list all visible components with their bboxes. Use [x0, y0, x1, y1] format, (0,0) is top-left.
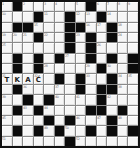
grid-cell-r12c1[interactable]: 45 [2, 116, 12, 125]
grid-cell-r12c9[interactable] [86, 116, 96, 125]
clue-number: 1 [2, 2, 4, 5]
grid-cell-r1c11[interactable]: 7 [107, 2, 117, 11]
clue-number: 45 [2, 116, 6, 119]
block-cell [65, 137, 75, 146]
block-cell [13, 2, 23, 11]
block-cell [86, 54, 96, 63]
clue-number: 25 [2, 43, 6, 46]
clue-number: 11 [44, 12, 48, 15]
grid-cell-r10c12[interactable] [118, 95, 128, 104]
block-cell [76, 85, 86, 94]
grid-cell-r1c10[interactable]: 6 [97, 2, 107, 11]
grid-cell-r4c12[interactable]: 24 [118, 33, 128, 42]
clue-number: 29 [86, 64, 90, 67]
clue-number: 4 [55, 2, 57, 5]
grid-cell-r2c2[interactable] [13, 12, 23, 21]
block-cell [76, 23, 86, 32]
grid-cell-r10c4[interactable] [34, 95, 44, 104]
grid-cell-r1c1[interactable]: 1 [2, 2, 12, 11]
grid-cell-r8c4[interactable]: 32Ć [34, 74, 44, 83]
grid-cell-r12c12[interactable]: 48 [118, 116, 128, 125]
grid-cell-r11c3[interactable]: 43 [23, 106, 33, 115]
clue-number: 12 [76, 12, 80, 15]
grid-cell-r6c5[interactable] [44, 54, 54, 63]
clue-number: 43 [23, 106, 27, 109]
grid-cell-r13c10[interactable] [97, 126, 107, 135]
grid-cell-r11c6[interactable] [55, 106, 65, 115]
grid-cell-r2c13[interactable] [128, 12, 138, 21]
grid-cell-r9c7[interactable] [65, 85, 75, 94]
clue-number: 13 [86, 12, 90, 15]
grid-cell-r9c12[interactable]: 38 [118, 85, 128, 94]
block-cell [34, 54, 44, 63]
grid-cell-r13c1[interactable] [2, 126, 12, 135]
clue-number: 8 [118, 2, 120, 5]
block-cell [128, 126, 138, 135]
grid-cell-r6c7[interactable]: 27 [65, 54, 75, 63]
grid-cell-r5c12[interactable] [118, 43, 128, 52]
grid-cell-r14c5[interactable] [44, 137, 54, 146]
grid-cell-r10c8[interactable]: 41 [76, 95, 86, 104]
clue-number: 14 [107, 12, 111, 15]
grid-cell-r12c2[interactable] [13, 116, 23, 125]
grid-cell-r6c1[interactable] [2, 54, 12, 63]
block-cell [13, 126, 23, 135]
grid-cell-r11c5[interactable]: 44 [44, 106, 54, 115]
block-cell [65, 33, 75, 42]
clue-number: 6 [97, 2, 99, 5]
clue-number: 42 [107, 95, 111, 98]
block-cell [97, 12, 107, 21]
grid-cell-r3c6[interactable] [55, 23, 65, 32]
grid-cell-r1c3[interactable]: 2 [23, 2, 33, 11]
grid-cell-r7c7[interactable] [65, 64, 75, 73]
clue-number: 27 [65, 54, 69, 57]
grid-cell-r2c5[interactable]: 11 [44, 12, 54, 21]
grid-cell-r5c1[interactable]: 25 [2, 43, 12, 52]
grid-cell-r11c8[interactable] [76, 106, 86, 115]
block-cell [65, 116, 75, 125]
grid-cell-r5c2[interactable] [13, 43, 23, 52]
grid-cell-r13c8[interactable] [76, 126, 86, 135]
grid-cell-r5c11[interactable] [107, 43, 117, 52]
clue-number: 50 [65, 126, 69, 129]
grid-cell-r8c3[interactable]: A [23, 74, 33, 83]
block-cell [86, 43, 96, 52]
block-cell [65, 23, 75, 32]
clue-number: 3 [44, 2, 46, 5]
block-cell [34, 126, 44, 135]
grid-cell-r9c9[interactable] [86, 85, 96, 94]
clue-number: 7 [107, 2, 109, 5]
grid-cell-r2c1[interactable]: 10 [2, 12, 12, 21]
grid-cell-r14c1[interactable]: 51 [2, 137, 12, 146]
grid-cell-r10c2[interactable] [13, 95, 23, 104]
entered-letter: A [23, 74, 33, 83]
block-cell [107, 33, 117, 42]
grid-cell-r9c5[interactable] [44, 85, 54, 94]
grid-cell-r10c13[interactable] [128, 95, 138, 104]
grid-cell-r2c3[interactable] [23, 12, 33, 21]
block-cell [118, 106, 128, 115]
grid-cell-r14c3[interactable] [23, 137, 33, 146]
block-cell [13, 85, 23, 94]
grid-cell-r1c12[interactable]: 8 [118, 2, 128, 11]
clue-number: 30 [107, 64, 111, 67]
clue-number: 20 [13, 33, 17, 36]
grid-cell-r5c10[interactable]: 26 [97, 43, 107, 52]
grid-cell-r8c12[interactable]: 34 [118, 74, 128, 83]
grid-cell-r10c6[interactable]: 40 [55, 95, 65, 104]
grid-cell-r9c13[interactable] [128, 85, 138, 94]
grid-cell-r8c13[interactable]: 35 [128, 74, 138, 83]
grid-cell-r12c13[interactable] [128, 116, 138, 125]
grid-cell-r9c3[interactable]: 36 [23, 85, 33, 94]
block-cell [13, 106, 23, 115]
block-cell [107, 23, 117, 32]
grid-cell-r7c6[interactable] [55, 64, 65, 73]
grid-cell-r14c13[interactable] [128, 137, 138, 146]
block-cell [97, 106, 107, 115]
grid-cell-r14c4[interactable] [34, 137, 44, 146]
block-cell [107, 116, 117, 125]
grid-cell-r14c12[interactable] [118, 137, 128, 146]
clue-number: 22 [44, 33, 48, 36]
clue-number: 47 [97, 116, 101, 119]
grid-cell-r1c5[interactable]: 3 [44, 2, 54, 11]
grid-cell-r7c1[interactable] [2, 64, 12, 73]
grid-cell-r5c8[interactable] [76, 43, 86, 52]
block-cell [86, 2, 96, 11]
clue-number: 35 [128, 74, 132, 77]
grid-cell-r3c12[interactable]: 18 [118, 23, 128, 32]
grid-cell-r9c6[interactable]: 37 [55, 85, 65, 94]
clue-number: 46 [76, 116, 80, 119]
clue-number: 26 [97, 43, 101, 46]
block-cell [107, 54, 117, 63]
clue-number: 52 [76, 137, 80, 140]
clue-number: 51 [2, 137, 6, 140]
grid-cell-r13c7[interactable]: 50 [65, 126, 75, 135]
grid-cell-r7c12[interactable] [118, 64, 128, 73]
clue-number: 15 [34, 23, 38, 26]
block-cell [65, 12, 75, 21]
grid-cell-r8c5[interactable] [44, 74, 54, 83]
grid-cell-r12c3[interactable] [23, 116, 33, 125]
grid-cell-r4c10[interactable] [97, 33, 107, 42]
grid-cell-r1c13[interactable]: 9 [128, 2, 138, 11]
block-cell [97, 64, 107, 73]
grid-cell-r14c10[interactable] [97, 137, 107, 146]
grid-cell-r4c13[interactable] [128, 33, 138, 42]
block-cell [55, 74, 65, 83]
block-cell [44, 95, 54, 104]
grid-cell-r13c3[interactable] [23, 126, 33, 135]
grid-cell-r10c9[interactable] [86, 95, 96, 104]
clue-number: 10 [2, 12, 6, 15]
block-cell [97, 95, 107, 104]
grid-cell-r4c1[interactable]: 19 [2, 33, 12, 42]
clue-number: 24 [118, 33, 122, 36]
clue-number: 9 [128, 2, 130, 5]
grid-cell-r8c7[interactable] [65, 74, 75, 83]
block-cell [34, 12, 44, 21]
grid-cell-r3c5[interactable] [44, 23, 54, 32]
block-cell [34, 106, 44, 115]
grid-cell-r9c4[interactable] [34, 85, 44, 94]
grid-cell-r14c9[interactable] [86, 137, 96, 146]
clue-number: 44 [44, 106, 48, 109]
clue-number: 23 [76, 33, 80, 36]
block-cell [34, 33, 44, 42]
grid-cell-r12c10[interactable]: 47 [97, 116, 107, 125]
crossword-board-frame: 1234567891011121314151617181920212223242… [0, 0, 140, 148]
block-cell [86, 126, 96, 135]
clue-number: 28 [44, 64, 48, 67]
grid-cell-r9c1[interactable] [2, 85, 12, 94]
grid-cell-r7c8[interactable] [76, 64, 86, 73]
clue-number: 18 [118, 23, 122, 26]
grid-cell-r1c4[interactable] [34, 2, 44, 11]
block-cell [44, 116, 54, 125]
clue-number: 36 [23, 85, 27, 88]
grid-cell-r7c11[interactable]: 30 [107, 64, 117, 73]
block-cell [23, 23, 33, 32]
clue-number: 48 [118, 116, 122, 119]
clue-number: 34 [118, 74, 122, 77]
grid-cell-r13c5[interactable]: 49 [44, 126, 54, 135]
grid-cell-r11c7[interactable] [65, 106, 75, 115]
grid-cell-r14c8[interactable]: 52 [76, 137, 86, 146]
block-cell [107, 85, 117, 94]
clue-number: 49 [44, 126, 48, 129]
grid-cell-r4c6[interactable] [55, 33, 65, 42]
grid-cell-r2c6[interactable] [55, 12, 65, 21]
grid-cell-r5c5[interactable] [44, 43, 54, 52]
block-cell [55, 126, 65, 135]
block-cell [128, 64, 138, 73]
entered-letter: Ć [34, 74, 44, 83]
grid-cell-r10c11[interactable]: 42 [107, 95, 117, 104]
grid-cell-r3c9[interactable]: 16 [86, 23, 96, 32]
block-cell [13, 64, 23, 73]
block-cell [76, 74, 86, 83]
grid-cell-r3c13[interactable] [128, 23, 138, 32]
grid-cell-r6c8[interactable] [76, 54, 86, 63]
grid-cell-r3c10[interactable]: 17 [97, 23, 107, 32]
grid-cell-r8c1[interactable]: 31T [2, 74, 12, 83]
grid-cell-r14c6[interactable] [55, 137, 65, 146]
entered-letter: T [2, 74, 12, 83]
block-cell [13, 23, 23, 32]
clue-number: 17 [97, 23, 101, 26]
grid-cell-r1c6[interactable]: 4 [55, 2, 65, 11]
grid-cell-r13c12[interactable] [118, 126, 128, 135]
grid-cell-r2c8[interactable]: 12 [76, 12, 86, 21]
grid-cell-r1c8[interactable]: 5 [76, 2, 86, 11]
block-cell [65, 43, 75, 52]
grid-cell-r1c7[interactable] [65, 2, 75, 11]
grid-cell-r3c1[interactable] [2, 23, 12, 32]
grid-cell-r4c8[interactable]: 23 [76, 33, 86, 42]
block-cell [55, 54, 65, 63]
block-cell [97, 85, 107, 94]
grid-cell-r6c12[interactable] [118, 54, 128, 63]
grid-cell-r2c11[interactable]: 14 [107, 12, 117, 21]
crossword-board: 1234567891011121314151617181920212223242… [2, 2, 138, 146]
grid-cell-r7c5[interactable]: 28 [44, 64, 54, 73]
grid-cell-r4c2[interactable]: 20 [13, 33, 23, 42]
clue-number: 16 [86, 23, 90, 26]
grid-cell-r5c4[interactable] [34, 43, 44, 52]
grid-cell-r3c4[interactable]: 15 [34, 23, 44, 32]
grid-cell-r4c3[interactable]: 21 [23, 33, 33, 42]
clue-number: 40 [55, 95, 59, 98]
grid-cell-r11c11[interactable] [107, 106, 117, 115]
grid-cell-r14c11[interactable] [107, 137, 117, 146]
block-cell [107, 126, 117, 135]
grid-cell-r10c7[interactable] [65, 95, 75, 104]
grid-cell-r14c2[interactable] [13, 137, 23, 146]
grid-cell-r11c1[interactable] [2, 106, 12, 115]
clue-number: 2 [23, 2, 25, 5]
clue-number: 21 [23, 33, 27, 36]
grid-cell-r6c10[interactable] [97, 54, 107, 63]
block-cell [86, 33, 96, 42]
grid-cell-r8c2[interactable]: K [13, 74, 23, 83]
clue-number: 38 [118, 85, 122, 88]
grid-cell-r2c12[interactable] [118, 12, 128, 21]
block-cell [23, 95, 33, 104]
block-cell [86, 106, 96, 115]
grid-cell-r5c6[interactable] [55, 43, 65, 52]
clue-number: 33 [86, 74, 90, 77]
grid-cell-r12c8[interactable]: 46 [76, 116, 86, 125]
grid-cell-r10c1[interactable]: 39 [2, 95, 12, 104]
grid-cell-r2c9[interactable]: 13 [86, 12, 96, 21]
clue-number: 41 [76, 95, 80, 98]
grid-cell-r7c3[interactable] [23, 64, 33, 73]
block-cell [34, 64, 44, 73]
grid-cell-r6c3[interactable] [23, 54, 33, 63]
clue-number: 19 [2, 33, 6, 36]
entered-letter: K [13, 74, 23, 83]
grid-cell-r5c3[interactable] [23, 43, 33, 52]
grid-cell-r12c4[interactable] [34, 116, 44, 125]
grid-cell-r4c5[interactable]: 22 [44, 33, 54, 42]
block-cell [128, 54, 138, 63]
grid-cell-r8c10[interactable] [97, 74, 107, 83]
grid-cell-r11c13[interactable] [128, 106, 138, 115]
clue-number: 5 [76, 2, 78, 5]
grid-cell-r7c9[interactable]: 29 [86, 64, 96, 73]
block-cell [107, 74, 117, 83]
grid-cell-r5c13[interactable] [128, 43, 138, 52]
block-cell [13, 54, 23, 63]
clue-number: 39 [2, 95, 6, 98]
clue-number: 37 [55, 85, 59, 88]
grid-cell-r12c6[interactable] [55, 116, 65, 125]
grid-cell-r8c9[interactable]: 33 [86, 74, 96, 83]
